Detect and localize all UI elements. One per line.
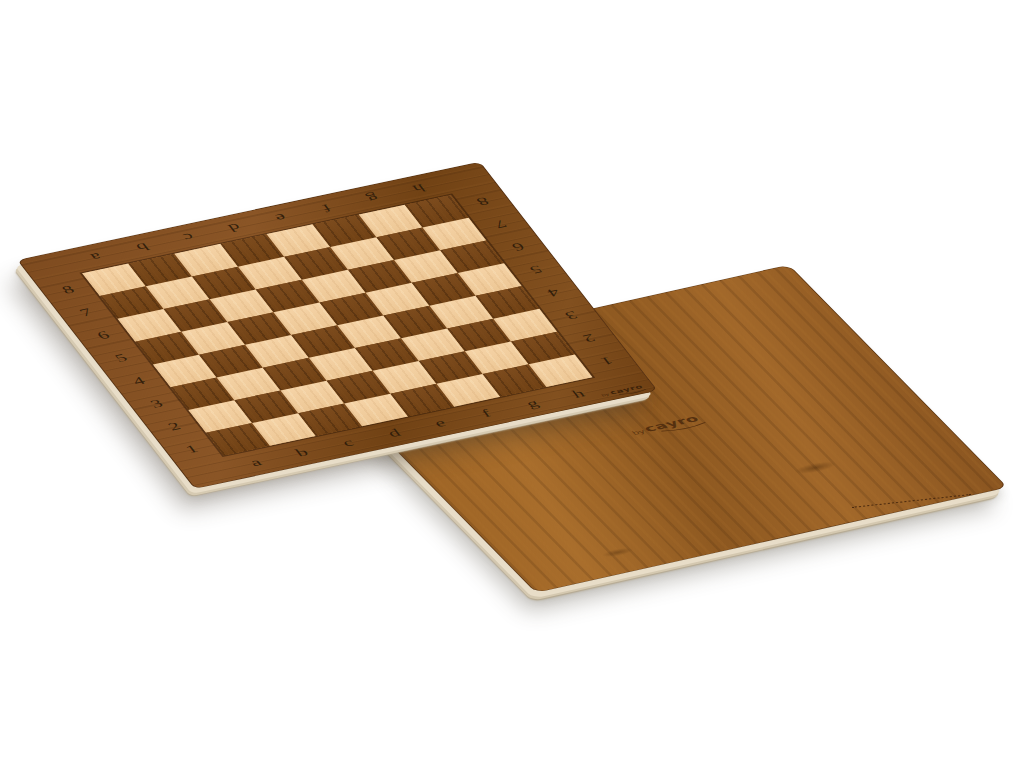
brand-by-text: by: [600, 392, 610, 397]
brand-logo-back: bycayro: [627, 413, 702, 437]
fine-print-line: [851, 494, 971, 508]
product-photo-scene: bycayro abcdefgh abcdefgh 87654321 87654…: [0, 0, 1024, 767]
